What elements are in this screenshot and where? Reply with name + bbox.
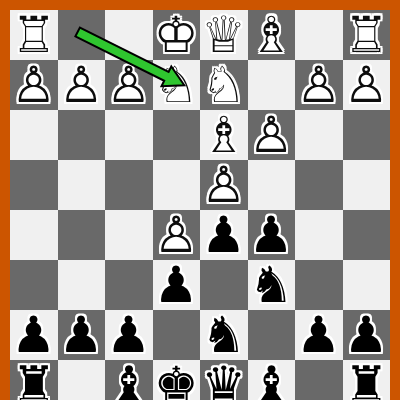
square-f1[interactable] <box>105 10 153 60</box>
square-g7[interactable]: ♟ <box>58 310 106 360</box>
white-bishop-c1[interactable]: ♝♗ <box>249 10 294 60</box>
black-pawn-d5[interactable]: ♟ <box>201 210 246 260</box>
square-c6[interactable]: ♞ <box>248 260 296 310</box>
square-f3[interactable] <box>105 110 153 160</box>
black-knight-c6[interactable]: ♞ <box>249 260 294 310</box>
square-a2[interactable]: ♟♙ <box>343 60 391 110</box>
square-e4[interactable] <box>153 160 201 210</box>
white-rook-a1[interactable]: ♜♖ <box>344 10 389 60</box>
square-c4[interactable] <box>248 160 296 210</box>
square-c1[interactable]: ♝♗ <box>248 10 296 60</box>
square-b3[interactable] <box>295 110 343 160</box>
square-g8[interactable] <box>58 360 106 400</box>
square-e1[interactable]: ♚♔ <box>153 10 201 60</box>
square-a4[interactable] <box>343 160 391 210</box>
square-g6[interactable] <box>58 260 106 310</box>
square-g1[interactable] <box>58 10 106 60</box>
square-a3[interactable] <box>343 110 391 160</box>
square-g4[interactable] <box>58 160 106 210</box>
black-knight-d7[interactable]: ♞ <box>201 310 246 360</box>
square-e3[interactable] <box>153 110 201 160</box>
white-queen-d1[interactable]: ♛♕ <box>201 10 246 60</box>
black-rook-h8[interactable]: ♜ <box>11 360 56 400</box>
square-c8[interactable]: ♝ <box>248 360 296 400</box>
black-pawn-g7[interactable]: ♟ <box>59 310 104 360</box>
black-pawn-b7[interactable]: ♟ <box>296 310 341 360</box>
white-pawn-g2[interactable]: ♟♙ <box>59 60 104 110</box>
square-h3[interactable] <box>10 110 58 160</box>
black-pawn-c5[interactable]: ♟ <box>249 210 294 260</box>
square-d2[interactable]: ♞♘ <box>200 60 248 110</box>
square-b1[interactable] <box>295 10 343 60</box>
square-d1[interactable]: ♛♕ <box>200 10 248 60</box>
square-h2[interactable]: ♟♙ <box>10 60 58 110</box>
square-h6[interactable] <box>10 260 58 310</box>
square-d5[interactable]: ♟ <box>200 210 248 260</box>
white-bishop-d3[interactable]: ♝♗ <box>201 110 246 160</box>
square-e5[interactable]: ♟♙ <box>153 210 201 260</box>
board-frame: ♜♖♚♔♛♕♝♗♜♖♟♙♟♙♟♙♞♘♞♘♟♙♟♙♝♗♟♙♟♙♟♙♟♟♟♞♟♟♟♞… <box>0 0 400 400</box>
square-a7[interactable]: ♟ <box>343 310 391 360</box>
square-b5[interactable] <box>295 210 343 260</box>
square-h4[interactable] <box>10 160 58 210</box>
square-d8[interactable]: ♛ <box>200 360 248 400</box>
square-h8[interactable]: ♜ <box>10 360 58 400</box>
black-bishop-f8[interactable]: ♝ <box>106 360 151 400</box>
square-b6[interactable] <box>295 260 343 310</box>
square-f7[interactable]: ♟ <box>105 310 153 360</box>
black-bishop-c8[interactable]: ♝ <box>249 360 294 400</box>
square-e6[interactable]: ♟ <box>153 260 201 310</box>
black-queen-d8[interactable]: ♛ <box>201 360 246 400</box>
black-pawn-a7[interactable]: ♟ <box>344 310 389 360</box>
white-pawn-b2[interactable]: ♟♙ <box>296 60 341 110</box>
white-king-e1[interactable]: ♚♔ <box>154 10 199 60</box>
black-pawn-e6[interactable]: ♟ <box>154 260 199 310</box>
square-b7[interactable]: ♟ <box>295 310 343 360</box>
square-c2[interactable] <box>248 60 296 110</box>
square-h5[interactable] <box>10 210 58 260</box>
white-pawn-f2[interactable]: ♟♙ <box>106 60 151 110</box>
white-rook-h1[interactable]: ♜♖ <box>11 10 56 60</box>
square-f6[interactable] <box>105 260 153 310</box>
square-h1[interactable]: ♜♖ <box>10 10 58 60</box>
white-pawn-e5[interactable]: ♟♙ <box>154 210 199 260</box>
square-d6[interactable] <box>200 260 248 310</box>
square-c7[interactable] <box>248 310 296 360</box>
square-g5[interactable] <box>58 210 106 260</box>
square-d4[interactable]: ♟♙ <box>200 160 248 210</box>
square-f5[interactable] <box>105 210 153 260</box>
chess-board: ♜♖♚♔♛♕♝♗♜♖♟♙♟♙♟♙♞♘♞♘♟♙♟♙♝♗♟♙♟♙♟♙♟♟♟♞♟♟♟♞… <box>10 10 390 390</box>
square-e2[interactable]: ♞♘ <box>153 60 201 110</box>
white-knight-d2[interactable]: ♞♘ <box>201 60 246 110</box>
square-b4[interactable] <box>295 160 343 210</box>
white-pawn-h2[interactable]: ♟♙ <box>11 60 56 110</box>
square-a1[interactable]: ♜♖ <box>343 10 391 60</box>
square-a8[interactable]: ♜ <box>343 360 391 400</box>
black-pawn-f7[interactable]: ♟ <box>106 310 151 360</box>
square-g3[interactable] <box>58 110 106 160</box>
square-f4[interactable] <box>105 160 153 210</box>
square-d7[interactable]: ♞ <box>200 310 248 360</box>
white-pawn-c3[interactable]: ♟♙ <box>249 110 294 160</box>
square-d3[interactable]: ♝♗ <box>200 110 248 160</box>
white-pawn-d4[interactable]: ♟♙ <box>201 160 246 210</box>
square-c5[interactable]: ♟ <box>248 210 296 260</box>
square-e7[interactable] <box>153 310 201 360</box>
white-pawn-a2[interactable]: ♟♙ <box>344 60 389 110</box>
black-pawn-h7[interactable]: ♟ <box>11 310 56 360</box>
black-rook-a8[interactable]: ♜ <box>344 360 389 400</box>
square-c3[interactable]: ♟♙ <box>248 110 296 160</box>
square-a6[interactable] <box>343 260 391 310</box>
white-knight-e2[interactable]: ♞♘ <box>154 60 199 110</box>
black-king-e8[interactable]: ♚ <box>154 360 199 400</box>
square-g2[interactable]: ♟♙ <box>58 60 106 110</box>
square-b2[interactable]: ♟♙ <box>295 60 343 110</box>
square-a5[interactable] <box>343 210 391 260</box>
square-f8[interactable]: ♝ <box>105 360 153 400</box>
square-b8[interactable] <box>295 360 343 400</box>
square-e8[interactable]: ♚ <box>153 360 201 400</box>
square-f2[interactable]: ♟♙ <box>105 60 153 110</box>
square-h7[interactable]: ♟ <box>10 310 58 360</box>
